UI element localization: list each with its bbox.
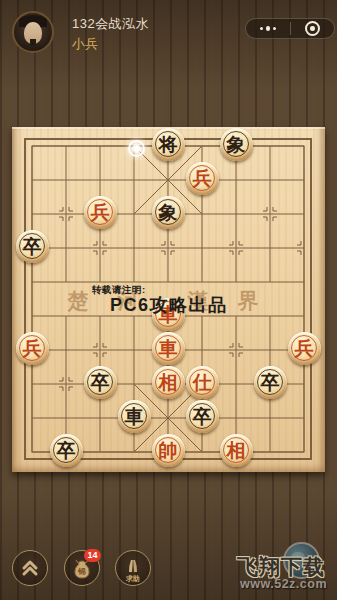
piece-black-象[interactable]: 象 — [220, 128, 253, 161]
piece-char: 兵 — [91, 196, 110, 229]
piece-char: 将 — [159, 128, 178, 161]
piece-char: 車 — [125, 400, 144, 433]
piece-char: 兵 — [193, 162, 212, 195]
svg-text:锦: 锦 — [77, 567, 86, 576]
piece-black-卒[interactable]: 卒 — [254, 366, 287, 399]
piece-red-相[interactable]: 相 — [152, 366, 185, 399]
river-char: 界 — [238, 287, 259, 315]
piece-char: 象 — [227, 128, 246, 161]
piece-char: 卒 — [23, 230, 42, 263]
more-button[interactable] — [246, 19, 290, 38]
help-button[interactable]: 求助 — [115, 550, 151, 586]
close-button[interactable] — [291, 19, 335, 38]
piece-char: 相 — [227, 434, 246, 467]
piece-black-将[interactable]: 将 — [152, 128, 185, 161]
piece-char: 卒 — [57, 434, 76, 467]
river-char: 楚 — [68, 287, 89, 315]
app-screen: 132会战泓水 小兵 楚河漢界 将象兵兵象卒車兵車兵卒相仕卒車卒卒帥相 转载请注… — [0, 0, 337, 600]
xiangqi-board[interactable]: 楚河漢界 将象兵兵象卒車兵車兵卒相仕卒車卒卒帥相 转载请注明: PC6攻略出品 — [12, 127, 325, 472]
piece-black-卒[interactable]: 卒 — [186, 400, 219, 433]
piece-char: 車 — [159, 332, 178, 365]
piece-black-卒[interactable]: 卒 — [16, 230, 49, 263]
piece-black-車[interactable]: 車 — [118, 400, 151, 433]
piece-char: 象 — [159, 196, 178, 229]
piece-char: 相 — [159, 366, 178, 399]
piece-black-象[interactable]: 象 — [152, 196, 185, 229]
piece-char: 帥 — [159, 434, 178, 467]
watermark-brand: PC6攻略出品 — [110, 293, 228, 317]
piece-red-兵[interactable]: 兵 — [288, 332, 321, 365]
piece-red-兵[interactable]: 兵 — [16, 332, 49, 365]
piece-red-兵[interactable]: 兵 — [186, 162, 219, 195]
close-circle-icon — [305, 21, 320, 36]
piece-black-卒[interactable]: 卒 — [84, 366, 117, 399]
chevron-up-icon — [17, 555, 43, 581]
piece-char: 卒 — [91, 366, 110, 399]
avatar-beard — [30, 39, 36, 46]
room-title: 132会战泓水 — [72, 15, 149, 33]
piece-red-帥[interactable]: 帥 — [152, 434, 185, 467]
player-rank-label: 小兵 — [72, 35, 98, 53]
collapse-button[interactable] — [12, 550, 48, 586]
piece-char: 卒 — [193, 400, 212, 433]
avatar[interactable] — [12, 11, 54, 53]
piece-char: 卒 — [261, 366, 280, 399]
piece-red-兵[interactable]: 兵 — [84, 196, 117, 229]
piece-black-卒[interactable]: 卒 — [50, 434, 83, 467]
piece-red-相[interactable]: 相 — [220, 434, 253, 467]
piece-red-仕[interactable]: 仕 — [186, 366, 219, 399]
piece-char: 兵 — [295, 332, 314, 365]
wechat-capsule — [245, 18, 335, 39]
site-watermark-url: www.52z.com — [240, 577, 327, 591]
last-move-marker — [128, 140, 145, 157]
piece-char: 兵 — [23, 332, 42, 365]
help-label: 求助 — [116, 574, 150, 584]
hint-count-badge: 14 — [84, 549, 101, 562]
piece-char: 仕 — [193, 366, 212, 399]
piece-red-車[interactable]: 車 — [152, 332, 185, 365]
more-dots-icon — [260, 26, 276, 31]
